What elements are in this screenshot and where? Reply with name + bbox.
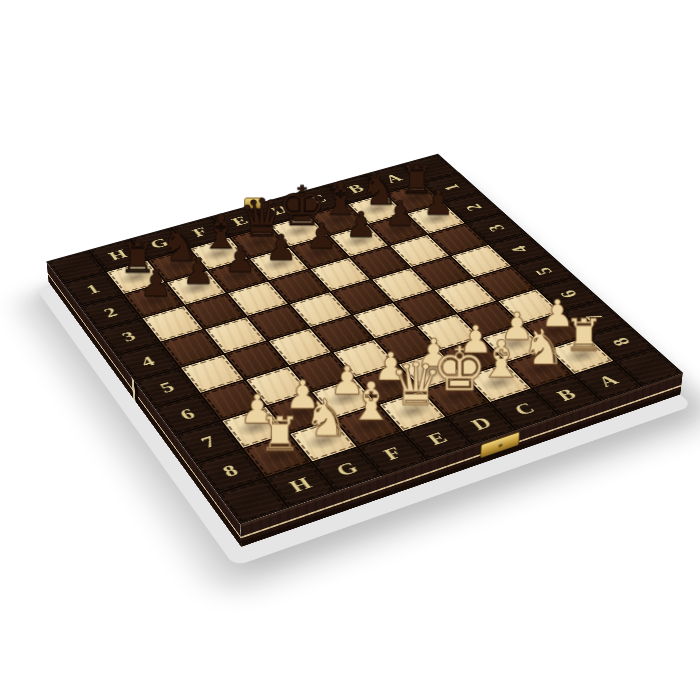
scene: HGFEDCBA1♜♞♝♛♚♝♞♜12♟♟♟♟♟♟♟♟2334455667♟♟♟… xyxy=(0,0,700,700)
coord-label: E xyxy=(424,429,451,448)
coord-label: 2 xyxy=(101,305,120,320)
piece-dark-pawn[interactable]: ♟ xyxy=(384,196,415,231)
coord-label: G xyxy=(332,459,361,479)
piece-dark-pawn[interactable]: ♟ xyxy=(139,265,172,302)
piece-dark-pawn[interactable]: ♟ xyxy=(264,230,296,266)
piece-dark-pawn[interactable]: ♟ xyxy=(422,185,453,219)
coord-label: 4 xyxy=(507,244,531,255)
coord-label: 5 xyxy=(531,266,556,277)
piece-white-rook[interactable]: ♜ xyxy=(563,313,603,357)
coord-label: 3 xyxy=(119,329,139,344)
board-grid: HGFEDCBA1♜♞♝♛♚♝♞♜12♟♟♟♟♟♟♟♟2334455667♟♟♟… xyxy=(46,154,683,525)
product-photo: HGFEDCBA1♜♞♝♛♚♝♞♜12♟♟♟♟♟♟♟♟2334455667♟♟♟… xyxy=(0,0,700,700)
coord-label: F xyxy=(380,444,406,463)
coord-label: 2 xyxy=(462,202,486,212)
piece-white-bishop[interactable]: ♝ xyxy=(347,375,394,428)
piece-white-knight[interactable]: ♞ xyxy=(521,322,565,371)
piece-dark-pawn[interactable]: ♟ xyxy=(181,253,214,289)
piece-white-rook[interactable]: ♜ xyxy=(258,411,301,458)
piece-dark-pawn[interactable]: ♟ xyxy=(223,241,255,277)
coord-label: C xyxy=(510,400,538,418)
coord-label: 1 xyxy=(83,282,102,296)
coord-label: 7 xyxy=(198,433,220,451)
coord-label: H xyxy=(286,474,316,495)
coord-label: B xyxy=(553,386,580,404)
clasp-screw-icon xyxy=(498,442,503,448)
piece-dark-pawn[interactable]: ♟ xyxy=(345,207,376,242)
piece-white-queen[interactable]: ♛ xyxy=(389,355,442,414)
coord-label: D xyxy=(467,414,495,433)
coord-label: 5 xyxy=(157,379,178,395)
coord-label: 3 xyxy=(484,223,508,234)
coord-label: 8 xyxy=(219,462,241,480)
chessboard-3d: HGFEDCBA1♜♞♝♛♚♝♞♜12♟♟♟♟♟♟♟♟2334455667♟♟♟… xyxy=(46,154,683,525)
coord-label: 4 xyxy=(138,354,158,370)
coord-label: 8 xyxy=(608,336,634,348)
coord-label: A xyxy=(594,372,622,390)
coord-label: 6 xyxy=(177,406,198,423)
piece-white-knight[interactable]: ♞ xyxy=(302,392,348,443)
piece-dark-pawn[interactable]: ♟ xyxy=(305,218,337,253)
